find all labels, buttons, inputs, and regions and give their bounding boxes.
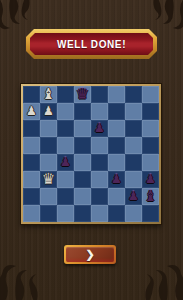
square-g3[interactable] [125, 171, 142, 188]
next-button[interactable]: ❯ [64, 245, 116, 264]
square-h3[interactable]: ♟ [142, 171, 159, 188]
next-button-face: ❯ [66, 247, 114, 262]
square-f4[interactable] [108, 154, 125, 171]
square-g2[interactable]: ♟ [125, 188, 142, 205]
result-banner-field: WELL DONE! [30, 33, 153, 55]
square-h4[interactable] [142, 154, 159, 171]
square-e6[interactable]: ♟ [91, 120, 108, 137]
white-pawn[interactable]: ♟ [43, 104, 54, 118]
square-h6[interactable] [142, 120, 159, 137]
square-f5[interactable] [108, 137, 125, 154]
square-d3[interactable] [74, 171, 91, 188]
square-b2[interactable] [40, 188, 57, 205]
result-banner-text: WELL DONE! [57, 39, 126, 50]
square-a7[interactable]: ♟ [23, 103, 40, 120]
chevron-right-icon: ❯ [85, 249, 94, 260]
square-h8[interactable] [142, 86, 159, 103]
square-c1[interactable] [57, 205, 74, 222]
chess-board[interactable]: ♝♛♟♟♟♟♛♟♟♟♝ [23, 86, 159, 222]
square-f6[interactable] [108, 120, 125, 137]
square-a5[interactable] [23, 137, 40, 154]
square-h5[interactable] [142, 137, 159, 154]
chess-board-frame: ♝♛♟♟♟♟♛♟♟♟♝ [21, 84, 161, 224]
black-queen[interactable]: ♛ [76, 85, 89, 103]
square-c8[interactable] [57, 86, 74, 103]
black-pawn[interactable]: ♟ [145, 172, 156, 186]
square-f3[interactable]: ♟ [108, 171, 125, 188]
square-g5[interactable] [125, 137, 142, 154]
square-c4[interactable]: ♟ [57, 154, 74, 171]
square-d7[interactable] [74, 103, 91, 120]
square-a2[interactable] [23, 188, 40, 205]
square-d2[interactable] [74, 188, 91, 205]
square-b3[interactable]: ♛ [40, 171, 57, 188]
square-a3[interactable] [23, 171, 40, 188]
square-d8[interactable]: ♛ [74, 86, 91, 103]
black-pawn[interactable]: ♟ [94, 121, 105, 135]
square-b5[interactable] [40, 137, 57, 154]
white-pawn[interactable]: ♟ [26, 104, 37, 118]
square-e5[interactable] [91, 137, 108, 154]
square-f1[interactable] [108, 205, 125, 222]
square-b8[interactable]: ♝ [40, 86, 57, 103]
square-g4[interactable] [125, 154, 142, 171]
square-d1[interactable] [74, 205, 91, 222]
black-bishop[interactable]: ♝ [144, 187, 157, 205]
white-bishop[interactable]: ♝ [42, 85, 55, 103]
square-d5[interactable] [74, 137, 91, 154]
square-f8[interactable] [108, 86, 125, 103]
white-queen[interactable]: ♛ [42, 170, 55, 188]
square-g7[interactable] [125, 103, 142, 120]
square-e3[interactable] [91, 171, 108, 188]
square-e2[interactable] [91, 188, 108, 205]
square-a6[interactable] [23, 120, 40, 137]
square-b4[interactable] [40, 154, 57, 171]
square-h7[interactable] [142, 103, 159, 120]
square-h1[interactable] [142, 205, 159, 222]
square-g1[interactable] [125, 205, 142, 222]
square-d4[interactable] [74, 154, 91, 171]
square-a4[interactable] [23, 154, 40, 171]
square-a1[interactable] [23, 205, 40, 222]
black-pawn[interactable]: ♟ [111, 172, 122, 186]
square-g8[interactable] [125, 86, 142, 103]
black-pawn[interactable]: ♟ [128, 189, 139, 203]
square-c5[interactable] [57, 137, 74, 154]
square-d6[interactable] [74, 120, 91, 137]
square-g6[interactable] [125, 120, 142, 137]
corner-flourish-icon [0, 250, 48, 300]
square-a8[interactable] [23, 86, 40, 103]
black-pawn[interactable]: ♟ [60, 155, 71, 169]
square-c7[interactable] [57, 103, 74, 120]
square-b1[interactable] [40, 205, 57, 222]
square-c3[interactable] [57, 171, 74, 188]
square-e4[interactable] [91, 154, 108, 171]
square-c6[interactable] [57, 120, 74, 137]
square-b7[interactable]: ♟ [40, 103, 57, 120]
square-e1[interactable] [91, 205, 108, 222]
square-f2[interactable] [108, 188, 125, 205]
square-b6[interactable] [40, 120, 57, 137]
square-h2[interactable]: ♝ [142, 188, 159, 205]
square-e8[interactable] [91, 86, 108, 103]
result-banner: WELL DONE! [26, 29, 157, 59]
corner-flourish-icon [135, 250, 183, 300]
square-e7[interactable] [91, 103, 108, 120]
square-f7[interactable] [108, 103, 125, 120]
square-c2[interactable] [57, 188, 74, 205]
